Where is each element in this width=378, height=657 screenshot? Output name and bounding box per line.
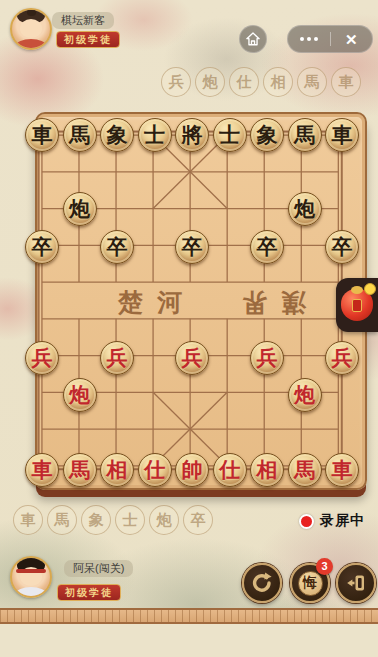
captured-slot: 車 (13, 505, 43, 535)
avatar-face (20, 19, 42, 38)
exit-door-icon (345, 572, 367, 594)
gold-coin-icon (364, 283, 376, 295)
more-icon (300, 37, 318, 41)
piece-兵[interactable]: 兵 (325, 341, 359, 375)
avatar-bun (27, 9, 36, 16)
captured-slot: 卒 (183, 505, 213, 535)
lucky-bag-button[interactable] (336, 278, 378, 332)
restart-button[interactable] (242, 563, 282, 603)
captured-slot: 馬 (297, 67, 327, 97)
piece-卒[interactable]: 卒 (250, 230, 284, 264)
piece-車[interactable]: 車 (325, 453, 359, 487)
captured-slot: 士 (115, 505, 145, 535)
piece-士[interactable]: 士 (213, 118, 247, 152)
piece-仕[interactable]: 仕 (213, 453, 247, 487)
piece-相[interactable]: 相 (250, 453, 284, 487)
player-name-bottom: 阿呆(闯关) (64, 560, 133, 577)
more-button[interactable] (288, 26, 330, 52)
piece-車[interactable]: 車 (25, 453, 59, 487)
app-screen: 棋坛新客 初级学徒 ✕ 兵炮仕相馬車 車馬象士炮卒 楚河 漢界 車馬象士將士象馬… (0, 0, 378, 657)
restart-icon (250, 571, 274, 595)
piece-車[interactable]: 車 (25, 118, 59, 152)
capsule-menu: ✕ (287, 25, 373, 53)
piece-馬[interactable]: 馬 (63, 118, 97, 152)
piece-炮[interactable]: 炮 (288, 378, 322, 412)
piece-兵[interactable]: 兵 (250, 341, 284, 375)
footer-background (0, 624, 378, 657)
piece-馬[interactable]: 馬 (63, 453, 97, 487)
piece-卒[interactable]: 卒 (100, 230, 134, 264)
piece-卒[interactable]: 卒 (325, 230, 359, 264)
captured-tray-top: 兵炮仕相馬車 (161, 67, 361, 97)
piece-象[interactable]: 象 (100, 118, 134, 152)
piece-炮[interactable]: 炮 (288, 192, 322, 226)
home-icon (244, 30, 262, 48)
pouch-tag (352, 299, 362, 312)
xiangqi-board[interactable]: 楚河 漢界 車馬象士將士象馬車炮炮卒卒卒卒卒兵兵兵兵兵炮炮車馬相仕帥仕相馬車 (35, 112, 367, 490)
piece-兵[interactable]: 兵 (100, 341, 134, 375)
captured-slot: 相 (263, 67, 293, 97)
exit-button[interactable] (336, 563, 376, 603)
pouch-knot (351, 286, 363, 294)
ornament-border (0, 608, 378, 624)
captured-slot: 車 (331, 67, 361, 97)
piece-仕[interactable]: 仕 (138, 453, 172, 487)
home-button[interactable] (239, 25, 267, 53)
piece-卒[interactable]: 卒 (175, 230, 209, 264)
piece-士[interactable]: 士 (138, 118, 172, 152)
piece-帥[interactable]: 帥 (175, 453, 209, 487)
undo-button[interactable]: 悔 3 (290, 563, 330, 603)
captured-slot: 兵 (161, 67, 191, 97)
piece-車[interactable]: 車 (325, 118, 359, 152)
captured-tray-bottom: 車馬象士炮卒 (13, 505, 213, 535)
player-badge-top: 初级学徒 (56, 31, 120, 48)
piece-馬[interactable]: 馬 (288, 118, 322, 152)
recording-label: 录屏中 (320, 512, 365, 530)
player-avatar-top[interactable] (10, 8, 52, 50)
player-name-top: 棋坛新客 (52, 12, 114, 29)
avatar-headband (16, 569, 46, 573)
piece-馬[interactable]: 馬 (288, 453, 322, 487)
piece-象[interactable]: 象 (250, 118, 284, 152)
recording-indicator: 录屏中 (299, 512, 365, 530)
captured-slot: 炮 (149, 505, 179, 535)
piece-炮[interactable]: 炮 (63, 192, 97, 226)
piece-炮[interactable]: 炮 (63, 378, 97, 412)
board-pieces: 車馬象士將士象馬車炮炮卒卒卒卒卒兵兵兵兵兵炮炮車馬相仕帥仕相馬車 (37, 114, 365, 488)
player-avatar-bottom[interactable] (10, 556, 52, 598)
piece-將[interactable]: 將 (175, 118, 209, 152)
red-pouch-icon (341, 289, 373, 321)
piece-兵[interactable]: 兵 (25, 341, 59, 375)
piece-卒[interactable]: 卒 (25, 230, 59, 264)
captured-slot: 象 (81, 505, 111, 535)
piece-相[interactable]: 相 (100, 453, 134, 487)
captured-slot: 仕 (229, 67, 259, 97)
piece-兵[interactable]: 兵 (175, 341, 209, 375)
player-badge-bottom: 初级学徒 (57, 584, 121, 601)
captured-slot: 馬 (47, 505, 77, 535)
undo-piece-icon: 悔 (298, 571, 323, 596)
undo-count-badge: 3 (316, 558, 333, 575)
close-button[interactable]: ✕ (331, 26, 373, 52)
recording-dot-icon (299, 514, 314, 529)
captured-slot: 炮 (195, 67, 225, 97)
